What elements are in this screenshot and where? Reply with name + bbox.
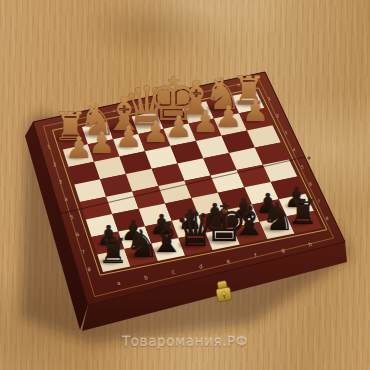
white-pawn-c2: ♟ — [116, 119, 143, 154]
white-pawn-e2: ♟ — [165, 109, 192, 144]
black-rook-a8: ♜ — [97, 231, 128, 271]
white-pawn-h2: ♟ — [242, 93, 269, 128]
hinge-mark — [307, 156, 310, 159]
black-rook-h8: ♜ — [287, 192, 318, 232]
scene: aa11bb22cc33dd44ee55ff66gg77hh88♜♞♝♛♚♝♞♜… — [0, 0, 370, 370]
chess-board: aa11bb22cc33dd44ee55ff66gg77hh88♜♞♝♛♚♝♞♜… — [0, 0, 370, 370]
white-pawn-g2: ♟ — [215, 99, 242, 134]
white-pawn-b2: ♟ — [89, 125, 116, 160]
